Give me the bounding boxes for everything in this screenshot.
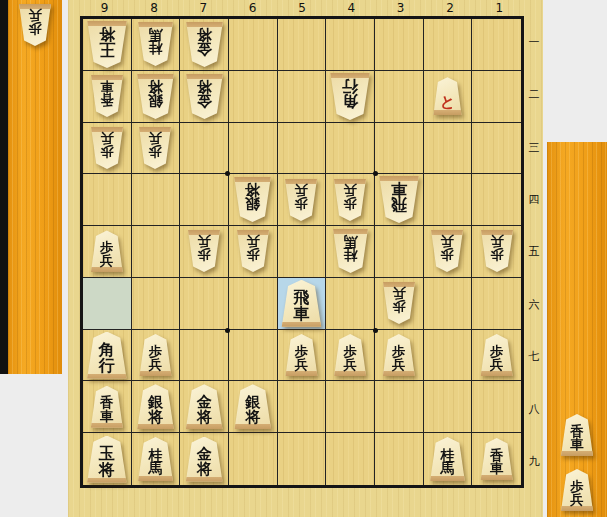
square-8-7[interactable]: 歩兵 [132, 330, 181, 382]
square-7-8[interactable]: 金将 [180, 381, 229, 433]
square-2-4[interactable] [424, 174, 473, 226]
gote-hand-tray [8, 0, 62, 374]
piece-kanji: 桂馬 [343, 229, 357, 261]
piece-pawn-gote[interactable]: 歩兵 [382, 282, 416, 324]
piece-knight-sente[interactable]: 桂馬 [429, 437, 466, 481]
file-labels: 987654321 [80, 0, 524, 16]
square-4-2[interactable]: 角行 [326, 71, 375, 123]
square-3-9[interactable] [375, 433, 424, 485]
piece-kanji: 歩兵 [392, 345, 406, 376]
piece-silver-sente[interactable]: 銀将 [136, 384, 175, 429]
square-3-6[interactable]: 歩兵 [375, 278, 424, 330]
rank-label-9: 九 [525, 436, 543, 488]
piece-kanji: 歩兵 [149, 127, 163, 158]
piece-kanji: 歩兵 [490, 345, 504, 376]
square-1-9[interactable]: 香車 [472, 433, 521, 485]
square-8-3[interactable]: 歩兵 [132, 123, 181, 175]
rank-label-4: 四 [525, 173, 543, 225]
piece-pawn-gote[interactable]: 歩兵 [333, 179, 367, 221]
square-1-5[interactable]: 歩兵 [472, 226, 521, 278]
square-5-7[interactable]: 歩兵 [278, 330, 327, 382]
piece-kanji: 角行 [99, 342, 115, 378]
piece-bishop-gote[interactable]: 角行 [329, 73, 371, 120]
piece-silver-gote[interactable]: 銀将 [233, 177, 272, 222]
square-2-1[interactable] [424, 19, 473, 71]
square-6-8[interactable]: 銀将 [229, 381, 278, 433]
square-6-6[interactable] [229, 278, 278, 330]
square-2-9[interactable]: 桂馬 [424, 433, 473, 485]
square-9-1[interactable]: 王将 [83, 19, 132, 71]
star-point [373, 328, 378, 333]
piece-kanji: 歩兵 [295, 345, 309, 376]
rank-label-7: 七 [525, 331, 543, 383]
square-8-8[interactable]: 銀将 [132, 381, 181, 433]
square-6-4[interactable]: 銀将 [229, 174, 278, 226]
square-3-8[interactable] [375, 381, 424, 433]
gote-tray-edge [0, 0, 8, 374]
piece-kanji: 歩兵 [100, 127, 114, 158]
piece-king-gote[interactable]: 王将 [86, 21, 128, 68]
square-5-5[interactable] [278, 226, 327, 278]
piece-silver-sente[interactable]: 銀将 [233, 384, 272, 429]
piece-knight-gote[interactable]: 桂馬 [137, 22, 174, 66]
piece-pawn-sente[interactable]: 歩兵 [560, 469, 594, 511]
square-5-8[interactable] [278, 381, 327, 433]
piece-kanji: 歩兵 [490, 230, 504, 261]
square-4-9[interactable] [326, 433, 375, 485]
piece-kanji: 香車 [100, 75, 114, 106]
square-1-7[interactable]: 歩兵 [472, 330, 521, 382]
square-1-2[interactable] [472, 71, 521, 123]
square-5-3[interactable] [278, 123, 327, 175]
file-label-3: 3 [376, 0, 425, 16]
square-5-1[interactable] [278, 19, 327, 71]
file-label-1: 1 [475, 0, 524, 16]
rank-labels: 一二三四五六七八九 [525, 16, 543, 488]
gote-hand-pieces: 歩兵 [8, 4, 62, 46]
piece-bishop-sente[interactable]: 角行 [86, 332, 128, 379]
square-7-7[interactable] [180, 330, 229, 382]
piece-pawn-gote[interactable]: 歩兵 [284, 179, 318, 221]
piece-kanji: 銀将 [148, 395, 163, 429]
piece-kanji: 王将 [99, 21, 115, 57]
piece-kanji: 桂馬 [148, 22, 162, 54]
square-6-2[interactable] [229, 71, 278, 123]
piece-rook-gote[interactable]: 飛車 [378, 176, 420, 223]
square-5-6[interactable]: 飛車 [278, 278, 327, 330]
square-8-2[interactable]: 銀将 [132, 71, 181, 123]
piece-kanji: 銀将 [148, 74, 163, 108]
rank-label-2: 二 [525, 68, 543, 120]
star-point [225, 171, 230, 176]
piece-pawn-sente[interactable]: 歩兵 [480, 334, 514, 376]
square-5-2[interactable] [278, 71, 327, 123]
rank-label-5: 五 [525, 226, 543, 278]
piece-pawn-gote[interactable]: 歩兵 [236, 230, 270, 272]
piece-knight-gote[interactable]: 桂馬 [332, 229, 369, 273]
square-3-3[interactable] [375, 123, 424, 175]
piece-kanji: 桂馬 [148, 449, 162, 481]
piece-kanji: 金将 [197, 22, 212, 56]
piece-lance-sente[interactable]: 香車 [560, 414, 594, 456]
piece-kanji: 金将 [197, 395, 212, 429]
piece-kanji: 銀将 [245, 177, 260, 211]
piece-gold-gote[interactable]: 金将 [185, 74, 224, 119]
square-5-4[interactable]: 歩兵 [278, 174, 327, 226]
square-2-2[interactable]: と [424, 71, 473, 123]
piece-lance-sente[interactable]: 香車 [480, 438, 514, 480]
square-2-3[interactable] [424, 123, 473, 175]
square-1-4[interactable] [472, 174, 521, 226]
piece-kanji: 歩兵 [343, 179, 357, 210]
square-2-8[interactable] [424, 381, 473, 433]
piece-rook-sente[interactable]: 飛車 [280, 280, 322, 327]
piece-lance-gote[interactable]: 香車 [90, 75, 124, 117]
square-4-8[interactable] [326, 381, 375, 433]
piece-tokin-sente[interactable]: と [432, 77, 462, 115]
square-3-4[interactable]: 飛車 [375, 174, 424, 226]
piece-pawn-sente[interactable]: 歩兵 [138, 334, 172, 376]
piece-kanji: 角行 [342, 73, 358, 109]
file-label-8: 8 [129, 0, 178, 16]
square-9-7[interactable]: 角行 [83, 330, 132, 382]
board: 987654321 一二三四五六七八九 王将桂馬金将香車銀将金将角行と歩兵歩兵銀… [68, 0, 543, 517]
square-1-3[interactable] [472, 123, 521, 175]
piece-kanji: 香車 [100, 396, 114, 427]
piece-pawn-gote[interactable]: 歩兵 [187, 230, 221, 272]
sente-hand-pieces: 香車歩兵 [547, 142, 607, 517]
piece-pawn-sente[interactable]: 歩兵 [90, 230, 124, 272]
square-9-4[interactable] [83, 174, 132, 226]
piece-kanji: 歩兵 [392, 282, 406, 313]
square-7-4[interactable] [180, 174, 229, 226]
piece-gold-gote[interactable]: 金将 [185, 22, 224, 67]
piece-kanji: 歩兵 [100, 241, 114, 272]
file-label-4: 4 [327, 0, 376, 16]
piece-gold-sente[interactable]: 金将 [185, 437, 224, 482]
square-7-6[interactable] [180, 278, 229, 330]
square-4-4[interactable]: 歩兵 [326, 174, 375, 226]
square-9-9[interactable]: 玉将 [83, 433, 132, 485]
square-9-8[interactable]: 香車 [83, 381, 132, 433]
piece-kanji: 香車 [570, 425, 584, 456]
piece-kanji: 歩兵 [197, 230, 211, 261]
square-6-5[interactable]: 歩兵 [229, 226, 278, 278]
square-8-9[interactable]: 桂馬 [132, 433, 181, 485]
piece-kanji: 飛車 [391, 176, 407, 212]
piece-kanji: 歩兵 [295, 179, 309, 210]
square-9-3[interactable]: 歩兵 [83, 123, 132, 175]
piece-silver-gote[interactable]: 銀将 [136, 74, 175, 119]
piece-gold-sente[interactable]: 金将 [185, 384, 224, 429]
piece-kanji: 桂馬 [440, 449, 454, 481]
square-7-3[interactable] [180, 123, 229, 175]
piece-lance-sente[interactable]: 香車 [90, 386, 124, 428]
piece-knight-sente[interactable]: 桂馬 [137, 437, 174, 481]
piece-pawn-gote[interactable]: 歩兵 [430, 230, 464, 272]
piece-kanji: 歩兵 [343, 345, 357, 376]
piece-kanji: 歩兵 [149, 345, 163, 376]
square-6-3[interactable] [229, 123, 278, 175]
piece-pawn-sente[interactable]: 歩兵 [382, 334, 416, 376]
square-1-1[interactable] [472, 19, 521, 71]
square-2-7[interactable] [424, 330, 473, 382]
rank-label-1: 一 [525, 16, 543, 68]
square-4-6[interactable] [326, 278, 375, 330]
square-9-6[interactable] [83, 278, 132, 330]
piece-pawn-sente[interactable]: 歩兵 [333, 334, 367, 376]
piece-pawn-gote[interactable]: 歩兵 [480, 230, 514, 272]
square-7-5[interactable]: 歩兵 [180, 226, 229, 278]
square-2-6[interactable] [424, 278, 473, 330]
file-label-6: 6 [228, 0, 277, 16]
file-label-7: 7 [179, 0, 228, 16]
piece-kanji: 玉将 [99, 446, 115, 482]
piece-kanji: 金将 [197, 447, 212, 481]
square-8-5[interactable] [132, 226, 181, 278]
square-7-2[interactable]: 金将 [180, 71, 229, 123]
piece-kanji: 歩兵 [441, 230, 455, 261]
square-1-6[interactable] [472, 278, 521, 330]
square-1-8[interactable] [472, 381, 521, 433]
piece-kanji: 歩兵 [28, 4, 42, 35]
square-7-9[interactable]: 金将 [180, 433, 229, 485]
square-4-7[interactable]: 歩兵 [326, 330, 375, 382]
file-label-5: 5 [277, 0, 326, 16]
square-6-1[interactable] [229, 19, 278, 71]
square-6-9[interactable] [229, 433, 278, 485]
rank-label-6: 六 [525, 278, 543, 330]
square-3-5[interactable] [375, 226, 424, 278]
square-3-1[interactable] [375, 19, 424, 71]
square-7-1[interactable]: 金将 [180, 19, 229, 71]
piece-king-sente[interactable]: 玉将 [86, 436, 128, 483]
piece-kanji: 銀将 [245, 395, 260, 429]
piece-kanji: 歩兵 [570, 480, 584, 511]
square-4-1[interactable] [326, 19, 375, 71]
board-grid: 王将桂馬金将香車銀将金将角行と歩兵歩兵銀将歩兵歩兵飛車歩兵歩兵歩兵桂馬歩兵歩兵飛… [80, 16, 524, 488]
square-6-7[interactable] [229, 330, 278, 382]
square-8-6[interactable] [132, 278, 181, 330]
square-9-5[interactable]: 歩兵 [83, 226, 132, 278]
piece-kanji: 飛車 [293, 290, 309, 326]
rank-label-8: 八 [525, 383, 543, 435]
square-5-9[interactable] [278, 433, 327, 485]
file-label-9: 9 [80, 0, 129, 16]
piece-pawn-gote[interactable]: 歩兵 [138, 127, 172, 169]
square-4-5[interactable]: 桂馬 [326, 226, 375, 278]
shogi-app: 歩兵 987654321 一二三四五六七八九 王将桂馬金将香車銀将金将角行と歩兵… [0, 0, 607, 517]
square-8-1[interactable]: 桂馬 [132, 19, 181, 71]
piece-pawn-gote[interactable]: 歩兵 [18, 4, 52, 46]
square-4-3[interactable] [326, 123, 375, 175]
square-8-4[interactable] [132, 174, 181, 226]
piece-pawn-gote[interactable]: 歩兵 [90, 127, 124, 169]
piece-kanji: 歩兵 [246, 230, 260, 261]
star-point [225, 328, 230, 333]
piece-pawn-sente[interactable]: 歩兵 [284, 334, 318, 376]
square-2-5[interactable]: 歩兵 [424, 226, 473, 278]
piece-kanji: 金将 [197, 74, 212, 108]
square-3-2[interactable] [375, 71, 424, 123]
file-label-2: 2 [425, 0, 474, 16]
square-3-7[interactable]: 歩兵 [375, 330, 424, 382]
rank-label-3: 三 [525, 121, 543, 173]
piece-kanji: 香車 [490, 449, 504, 480]
square-9-2[interactable]: 香車 [83, 71, 132, 123]
piece-kanji: と [440, 95, 455, 115]
